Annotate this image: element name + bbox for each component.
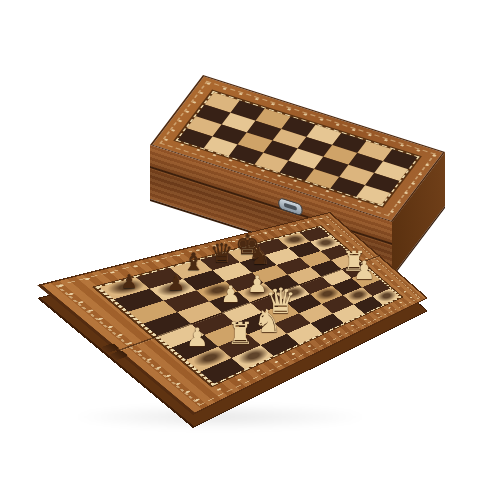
piece-dark-pawn-a8: ♟	[120, 272, 137, 291]
piece-light-pawn-h3: ♟	[353, 258, 376, 283]
piece-dark-queen-d8: ♛	[210, 240, 234, 266]
piece-light-rook-b2: ♜	[227, 319, 254, 350]
piece-dark-pawn-b7: ♟	[167, 273, 185, 293]
piece-dark-bishop-c8: ♝	[183, 249, 205, 273]
pieces-layer: ♟♝♛♚♟♞♟♟♜♟♛♟♜♞	[0, 0, 500, 500]
piece-light-pawn-a3: ♟	[186, 324, 209, 349]
product-photo: ♟♝♛♚♟♞♟♟♜♟♛♟♜♞	[0, 0, 500, 500]
piece-light-pawn-c5: ♟	[220, 282, 240, 305]
piece-light-knight-c2: ♞	[253, 307, 281, 339]
piece-dark-knight-e7: ♞	[248, 244, 270, 268]
